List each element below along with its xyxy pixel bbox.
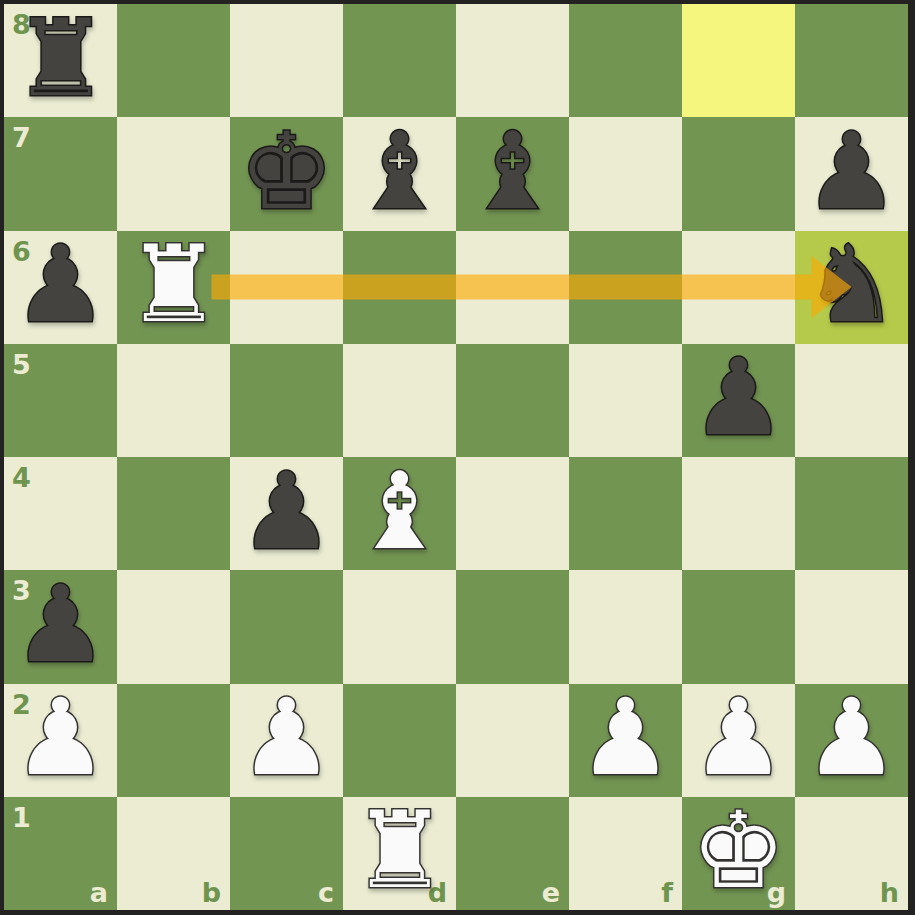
square-b4[interactable] [117,457,230,570]
square-h5[interactable] [795,344,908,457]
square-c5[interactable] [230,344,343,457]
square-h2[interactable]: ♟ [795,684,908,797]
black-king[interactable]: ♚ [239,119,334,225]
square-f8[interactable] [569,4,682,117]
white-pawn[interactable]: ♟ [578,685,673,791]
square-d5[interactable] [343,344,456,457]
square-a1[interactable]: 1a [4,797,117,910]
square-b6[interactable]: ♜ [117,231,230,344]
rank-label-5: 5 [12,351,31,378]
square-e8[interactable] [456,4,569,117]
square-a8[interactable]: 8♜ [4,4,117,117]
white-rook[interactable]: ♜ [352,798,447,904]
square-d2[interactable] [343,684,456,797]
square-d6[interactable] [343,231,456,344]
black-bishop[interactable]: ♝ [465,119,560,225]
square-e7[interactable]: ♝ [456,117,569,230]
square-e6[interactable] [456,231,569,344]
square-e5[interactable] [456,344,569,457]
square-e3[interactable] [456,570,569,683]
square-g6[interactable] [682,231,795,344]
square-h4[interactable] [795,457,908,570]
square-g3[interactable] [682,570,795,683]
white-pawn[interactable]: ♟ [691,685,786,791]
white-king[interactable]: ♚ [691,798,786,904]
square-b8[interactable] [117,4,230,117]
file-label-h: h [880,879,899,906]
file-label-b: b [202,879,221,906]
square-b2[interactable] [117,684,230,797]
black-knight[interactable]: ♞ [804,232,899,338]
rank-label-1: 1 [12,804,31,831]
square-h3[interactable] [795,570,908,683]
square-a4[interactable]: 4 [4,457,117,570]
square-c2[interactable]: ♟ [230,684,343,797]
square-f3[interactable] [569,570,682,683]
square-h8[interactable] [795,4,908,117]
square-h1[interactable]: h [795,797,908,910]
square-g5[interactable]: ♟ [682,344,795,457]
black-rook[interactable]: ♜ [13,6,108,112]
square-a3[interactable]: 3♟ [4,570,117,683]
black-pawn[interactable]: ♟ [804,119,899,225]
square-d1[interactable]: d♜ [343,797,456,910]
square-a7[interactable]: 7 [4,117,117,230]
black-pawn[interactable]: ♟ [691,345,786,451]
square-g4[interactable] [682,457,795,570]
square-c7[interactable]: ♚ [230,117,343,230]
square-h6-highlighted[interactable]: ♞ [795,231,908,344]
white-bishop[interactable]: ♝ [352,459,447,565]
square-c6[interactable] [230,231,343,344]
square-b5[interactable] [117,344,230,457]
black-pawn[interactable]: ♟ [13,572,108,678]
square-e2[interactable] [456,684,569,797]
rank-label-4: 4 [12,464,31,491]
square-g8-highlighted[interactable] [682,4,795,117]
white-pawn[interactable]: ♟ [239,685,334,791]
square-f7[interactable] [569,117,682,230]
white-rook[interactable]: ♜ [126,232,221,338]
square-d4[interactable]: ♝ [343,457,456,570]
square-c1[interactable]: c [230,797,343,910]
chess-board: 8♜7♚♝♝♟6♟♜♞5♟4♟♝3♟2♟♟♟♟♟1abcd♜efg♚h [4,4,908,910]
square-f4[interactable] [569,457,682,570]
rank-label-7: 7 [12,124,31,151]
file-label-c: c [318,879,334,906]
file-label-f: f [661,879,673,906]
file-label-e: e [542,879,560,906]
square-a5[interactable]: 5 [4,344,117,457]
square-e4[interactable] [456,457,569,570]
square-b1[interactable]: b [117,797,230,910]
square-f6[interactable] [569,231,682,344]
square-g1[interactable]: g♚ [682,797,795,910]
square-c3[interactable] [230,570,343,683]
square-f5[interactable] [569,344,682,457]
square-g2[interactable]: ♟ [682,684,795,797]
chess-board-frame: 8♜7♚♝♝♟6♟♜♞5♟4♟♝3♟2♟♟♟♟♟1abcd♜efg♚h [0,0,915,915]
square-g7[interactable] [682,117,795,230]
square-h7[interactable]: ♟ [795,117,908,230]
white-pawn[interactable]: ♟ [804,685,899,791]
square-d8[interactable] [343,4,456,117]
square-c4[interactable]: ♟ [230,457,343,570]
square-b7[interactable] [117,117,230,230]
black-pawn[interactable]: ♟ [239,459,334,565]
square-d7[interactable]: ♝ [343,117,456,230]
black-bishop[interactable]: ♝ [352,119,447,225]
square-a2[interactable]: 2♟ [4,684,117,797]
square-e1[interactable]: e [456,797,569,910]
white-pawn[interactable]: ♟ [13,685,108,791]
file-label-a: a [90,879,108,906]
square-d3[interactable] [343,570,456,683]
black-pawn[interactable]: ♟ [13,232,108,338]
square-f1[interactable]: f [569,797,682,910]
square-b3[interactable] [117,570,230,683]
square-a6[interactable]: 6♟ [4,231,117,344]
square-f2[interactable]: ♟ [569,684,682,797]
square-c8[interactable] [230,4,343,117]
